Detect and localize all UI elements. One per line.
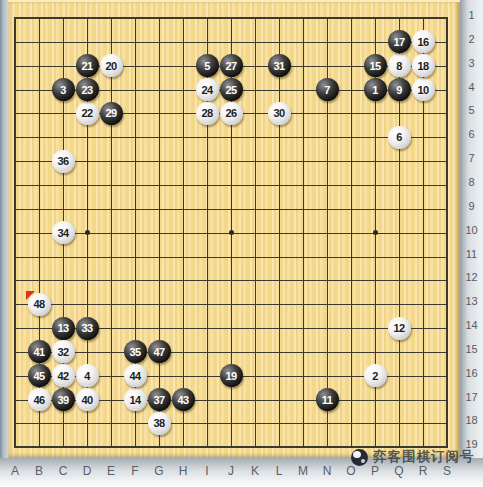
black-stone-move-45: 45 [28, 364, 51, 387]
move-number: 40 [81, 394, 92, 406]
white-stone-move-32: 32 [52, 340, 75, 363]
move-number: 37 [153, 394, 164, 406]
move-number: 5 [204, 60, 210, 72]
black-stone-move-7: 7 [316, 78, 339, 101]
row-labels-strip: 12345678910111213141516171819 [460, 0, 483, 458]
black-stone-move-9: 9 [388, 78, 411, 101]
move-number: 2 [372, 370, 378, 382]
move-number: 8 [396, 60, 402, 72]
move-number: 14 [129, 394, 140, 406]
black-stone-move-3: 3 [52, 78, 75, 101]
white-stone-move-4: 4 [76, 364, 99, 387]
black-stone-move-47: 47 [148, 340, 171, 363]
black-stone-move-39: 39 [52, 388, 75, 411]
column-label-D: D [80, 464, 94, 478]
row-label-14: 14 [460, 319, 483, 331]
row-label-16: 16 [460, 367, 483, 379]
row-label-12: 12 [460, 271, 483, 283]
move-number: 44 [129, 370, 140, 382]
row-label-10: 10 [460, 224, 483, 236]
white-stone-move-36: 36 [52, 150, 75, 173]
row-label-11: 11 [460, 248, 483, 260]
star-point [229, 230, 234, 235]
move-number: 4 [84, 370, 90, 382]
black-stone-move-5: 5 [196, 54, 219, 77]
move-number: 38 [153, 417, 164, 429]
move-number: 36 [57, 155, 68, 167]
row-label-3: 3 [460, 57, 483, 69]
move-number: 46 [33, 394, 44, 406]
white-stone-move-10: 10 [412, 78, 435, 101]
white-stone-move-16: 16 [412, 30, 435, 53]
move-number: 17 [393, 36, 404, 48]
grid-line-vertical [255, 17, 256, 448]
row-label-15: 15 [460, 343, 483, 355]
column-label-S: S [440, 464, 454, 478]
white-stone-move-2: 2 [364, 364, 387, 387]
move-number: 24 [201, 84, 212, 96]
black-stone-move-17: 17 [388, 30, 411, 53]
white-stone-move-34: 34 [52, 221, 75, 244]
column-label-H: H [176, 464, 190, 478]
go-board-diagram: 1234567891011121314151617181920212223242… [0, 0, 483, 487]
go-board[interactable]: 1234567891011121314151617181920212223242… [8, 0, 460, 460]
white-stone-move-30: 30 [268, 102, 291, 125]
grid-line-horizontal [14, 423, 448, 424]
move-number: 35 [129, 346, 140, 358]
black-stone-move-21: 21 [76, 54, 99, 77]
move-number: 48 [33, 298, 44, 310]
black-stone-move-19: 19 [220, 364, 243, 387]
column-label-A: A [8, 464, 22, 478]
column-label-I: I [200, 464, 214, 478]
star-point [85, 230, 90, 235]
move-number: 20 [105, 60, 116, 72]
move-number: 6 [396, 131, 402, 143]
column-label-O: O [344, 464, 358, 478]
white-stone-move-12: 12 [388, 317, 411, 340]
move-number: 32 [57, 346, 68, 358]
black-stone-move-31: 31 [268, 54, 291, 77]
column-label-P: P [368, 464, 382, 478]
column-label-Q: Q [392, 464, 406, 478]
move-number: 28 [201, 107, 212, 119]
move-number: 27 [225, 60, 236, 72]
black-stone-move-13: 13 [52, 317, 75, 340]
watermark: 弈客围棋订阅号 [351, 448, 475, 466]
move-number: 47 [153, 346, 164, 358]
row-label-18: 18 [460, 414, 483, 426]
black-stone-move-35: 35 [124, 340, 147, 363]
grid-line-horizontal [14, 352, 448, 353]
move-number: 21 [81, 60, 92, 72]
move-number: 22 [81, 107, 92, 119]
move-number: 41 [33, 346, 44, 358]
move-number: 39 [57, 394, 68, 406]
column-label-L: L [272, 464, 286, 478]
white-stone-move-28: 28 [196, 102, 219, 125]
white-stone-move-20: 20 [100, 54, 123, 77]
move-number: 16 [417, 36, 428, 48]
column-label-K: K [248, 464, 262, 478]
row-label-2: 2 [460, 33, 483, 45]
column-label-N: N [320, 464, 334, 478]
column-label-J: J [224, 464, 238, 478]
white-stone-move-48: 48 [28, 293, 51, 316]
move-number: 26 [225, 107, 236, 119]
black-stone-move-11: 11 [316, 388, 339, 411]
black-stone-move-41: 41 [28, 340, 51, 363]
column-label-E: E [104, 464, 118, 478]
move-number: 10 [417, 84, 428, 96]
white-stone-move-24: 24 [196, 78, 219, 101]
white-stone-move-6: 6 [388, 126, 411, 149]
move-number: 12 [393, 322, 404, 334]
logo-highlight [353, 451, 361, 458]
row-label-4: 4 [460, 81, 483, 93]
column-label-M: M [296, 464, 310, 478]
grid-line-vertical [446, 17, 448, 448]
row-label-7: 7 [460, 152, 483, 164]
black-stone-move-1: 1 [364, 78, 387, 101]
move-number: 13 [57, 322, 68, 334]
move-number: 45 [33, 370, 44, 382]
move-number: 23 [81, 84, 92, 96]
move-number: 1 [372, 84, 378, 96]
row-label-5: 5 [460, 104, 483, 116]
grid-line-horizontal [14, 304, 448, 305]
grid-line-vertical [279, 17, 280, 448]
move-number: 3 [60, 84, 66, 96]
row-label-13: 13 [460, 295, 483, 307]
row-label-9: 9 [460, 200, 483, 212]
white-stone-move-38: 38 [148, 412, 171, 435]
yike-go-logo-icon [351, 449, 368, 466]
move-number: 7 [324, 84, 330, 96]
move-number: 31 [273, 60, 284, 72]
white-stone-move-26: 26 [220, 102, 243, 125]
move-number: 34 [57, 227, 68, 239]
star-point [373, 230, 378, 235]
logo-dot [361, 459, 365, 463]
grid-line-vertical [303, 17, 304, 448]
column-label-C: C [56, 464, 70, 478]
row-label-1: 1 [460, 9, 483, 21]
move-number: 9 [396, 84, 402, 96]
move-number: 25 [225, 84, 236, 96]
black-stone-move-15: 15 [364, 54, 387, 77]
column-label-F: F [128, 464, 142, 478]
row-label-8: 8 [460, 176, 483, 188]
watermark-text: 弈客围棋订阅号 [373, 448, 475, 466]
row-label-17: 17 [460, 391, 483, 403]
white-stone-move-40: 40 [76, 388, 99, 411]
column-label-B: B [32, 464, 46, 478]
last-move-triangle-marker [26, 291, 35, 300]
move-number: 15 [369, 60, 380, 72]
column-label-G: G [152, 464, 166, 478]
white-stone-move-46: 46 [28, 388, 51, 411]
white-stone-move-44: 44 [124, 364, 147, 387]
black-stone-move-25: 25 [220, 78, 243, 101]
move-number: 18 [417, 60, 428, 72]
black-stone-move-23: 23 [76, 78, 99, 101]
row-label-6: 6 [460, 128, 483, 140]
white-stone-move-8: 8 [388, 54, 411, 77]
left-border [0, 0, 8, 458]
black-stone-move-37: 37 [148, 388, 171, 411]
column-label-R: R [416, 464, 430, 478]
black-stone-move-27: 27 [220, 54, 243, 77]
grid-line-horizontal [14, 257, 448, 258]
white-stone-move-42: 42 [52, 364, 75, 387]
move-number: 43 [177, 394, 188, 406]
black-stone-move-33: 33 [76, 317, 99, 340]
move-number: 30 [273, 107, 284, 119]
move-number: 42 [57, 370, 68, 382]
grid-line-vertical [351, 17, 352, 448]
black-stone-move-43: 43 [172, 388, 195, 411]
move-number: 19 [225, 370, 236, 382]
move-number: 29 [105, 107, 116, 119]
grid-line-horizontal [14, 280, 448, 281]
white-stone-move-22: 22 [76, 102, 99, 125]
black-stone-move-29: 29 [100, 102, 123, 125]
white-stone-move-14: 14 [124, 388, 147, 411]
white-stone-move-18: 18 [412, 54, 435, 77]
move-number: 11 [322, 394, 333, 406]
move-number: 33 [81, 322, 92, 334]
